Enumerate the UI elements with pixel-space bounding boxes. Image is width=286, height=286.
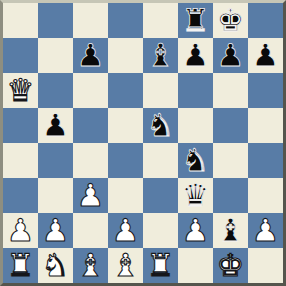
square-f7[interactable]: ♟ — [178, 38, 213, 73]
square-d6[interactable] — [108, 73, 143, 108]
square-b6[interactable] — [38, 73, 73, 108]
square-e6[interactable] — [143, 73, 178, 108]
square-h1[interactable] — [248, 248, 283, 283]
black-pawn[interactable]: ♟ — [77, 40, 105, 71]
square-b7[interactable] — [38, 38, 73, 73]
square-g3[interactable] — [213, 178, 248, 213]
square-f2[interactable]: ♟ — [178, 213, 213, 248]
square-c4[interactable] — [73, 143, 108, 178]
square-g6[interactable] — [213, 73, 248, 108]
white-pawn[interactable]: ♟ — [252, 215, 280, 246]
square-b4[interactable] — [38, 143, 73, 178]
white-bishop[interactable]: ♝ — [77, 250, 105, 281]
square-e2[interactable] — [143, 213, 178, 248]
square-f5[interactable] — [178, 108, 213, 143]
square-f8[interactable]: ♜ — [178, 3, 213, 38]
square-a4[interactable] — [3, 143, 38, 178]
square-a1[interactable]: ♜ — [3, 248, 38, 283]
square-c3[interactable]: ♟ — [73, 178, 108, 213]
square-c1[interactable]: ♝ — [73, 248, 108, 283]
white-pawn[interactable]: ♟ — [7, 215, 35, 246]
white-rook[interactable]: ♜ — [147, 250, 175, 281]
black-queen[interactable]: ♛ — [182, 180, 210, 211]
square-h2[interactable]: ♟ — [248, 213, 283, 248]
square-b5[interactable]: ♟ — [38, 108, 73, 143]
white-rook[interactable]: ♜ — [7, 250, 35, 281]
square-h3[interactable] — [248, 178, 283, 213]
square-c5[interactable] — [73, 108, 108, 143]
square-f4[interactable]: ♞ — [178, 143, 213, 178]
square-g5[interactable] — [213, 108, 248, 143]
square-e7[interactable]: ♝ — [143, 38, 178, 73]
black-bishop[interactable]: ♝ — [217, 215, 245, 246]
square-g7[interactable]: ♟ — [213, 38, 248, 73]
square-d3[interactable] — [108, 178, 143, 213]
square-g1[interactable]: ♚ — [213, 248, 248, 283]
square-b1[interactable]: ♞ — [38, 248, 73, 283]
square-e8[interactable] — [143, 3, 178, 38]
square-c6[interactable] — [73, 73, 108, 108]
square-h8[interactable] — [248, 3, 283, 38]
black-rook[interactable]: ♜ — [182, 5, 210, 36]
square-f6[interactable] — [178, 73, 213, 108]
square-c7[interactable]: ♟ — [73, 38, 108, 73]
square-d4[interactable] — [108, 143, 143, 178]
black-knight[interactable]: ♞ — [182, 145, 210, 176]
black-bishop[interactable]: ♝ — [147, 40, 175, 71]
white-pawn[interactable]: ♟ — [77, 180, 105, 211]
square-d7[interactable] — [108, 38, 143, 73]
square-b2[interactable]: ♟ — [38, 213, 73, 248]
square-e5[interactable]: ♞ — [143, 108, 178, 143]
square-b3[interactable] — [38, 178, 73, 213]
square-c2[interactable] — [73, 213, 108, 248]
black-pawn[interactable]: ♟ — [217, 40, 245, 71]
square-e1[interactable]: ♜ — [143, 248, 178, 283]
black-pawn[interactable]: ♟ — [42, 110, 70, 141]
square-d5[interactable] — [108, 108, 143, 143]
black-knight[interactable]: ♞ — [147, 110, 175, 141]
square-a5[interactable] — [3, 108, 38, 143]
square-h6[interactable] — [248, 73, 283, 108]
square-c8[interactable] — [73, 3, 108, 38]
square-a3[interactable] — [3, 178, 38, 213]
square-a8[interactable] — [3, 3, 38, 38]
black-pawn[interactable]: ♟ — [182, 40, 210, 71]
square-h4[interactable] — [248, 143, 283, 178]
black-king[interactable]: ♚ — [217, 5, 245, 36]
white-pawn[interactable]: ♟ — [42, 215, 70, 246]
square-h7[interactable]: ♟ — [248, 38, 283, 73]
square-g4[interactable] — [213, 143, 248, 178]
white-bishop[interactable]: ♝ — [112, 250, 140, 281]
square-g8[interactable]: ♚ — [213, 3, 248, 38]
square-h5[interactable] — [248, 108, 283, 143]
square-g2[interactable]: ♝ — [213, 213, 248, 248]
square-b8[interactable] — [38, 3, 73, 38]
chess-board: ♜♚♟♝♟♟♟♛♟♞♞♟♛♟♟♟♟♝♟♜♞♝♝♜♚ — [0, 0, 286, 286]
white-knight[interactable]: ♞ — [42, 250, 70, 281]
white-king[interactable]: ♚ — [217, 250, 245, 281]
white-queen[interactable]: ♛ — [7, 75, 35, 106]
square-f1[interactable] — [178, 248, 213, 283]
black-pawn[interactable]: ♟ — [252, 40, 280, 71]
square-e3[interactable] — [143, 178, 178, 213]
square-d8[interactable] — [108, 3, 143, 38]
square-a2[interactable]: ♟ — [3, 213, 38, 248]
white-pawn[interactable]: ♟ — [182, 215, 210, 246]
square-f3[interactable]: ♛ — [178, 178, 213, 213]
white-pawn[interactable]: ♟ — [112, 215, 140, 246]
square-d2[interactable]: ♟ — [108, 213, 143, 248]
square-e4[interactable] — [143, 143, 178, 178]
square-a6[interactable]: ♛ — [3, 73, 38, 108]
square-a7[interactable] — [3, 38, 38, 73]
square-d1[interactable]: ♝ — [108, 248, 143, 283]
